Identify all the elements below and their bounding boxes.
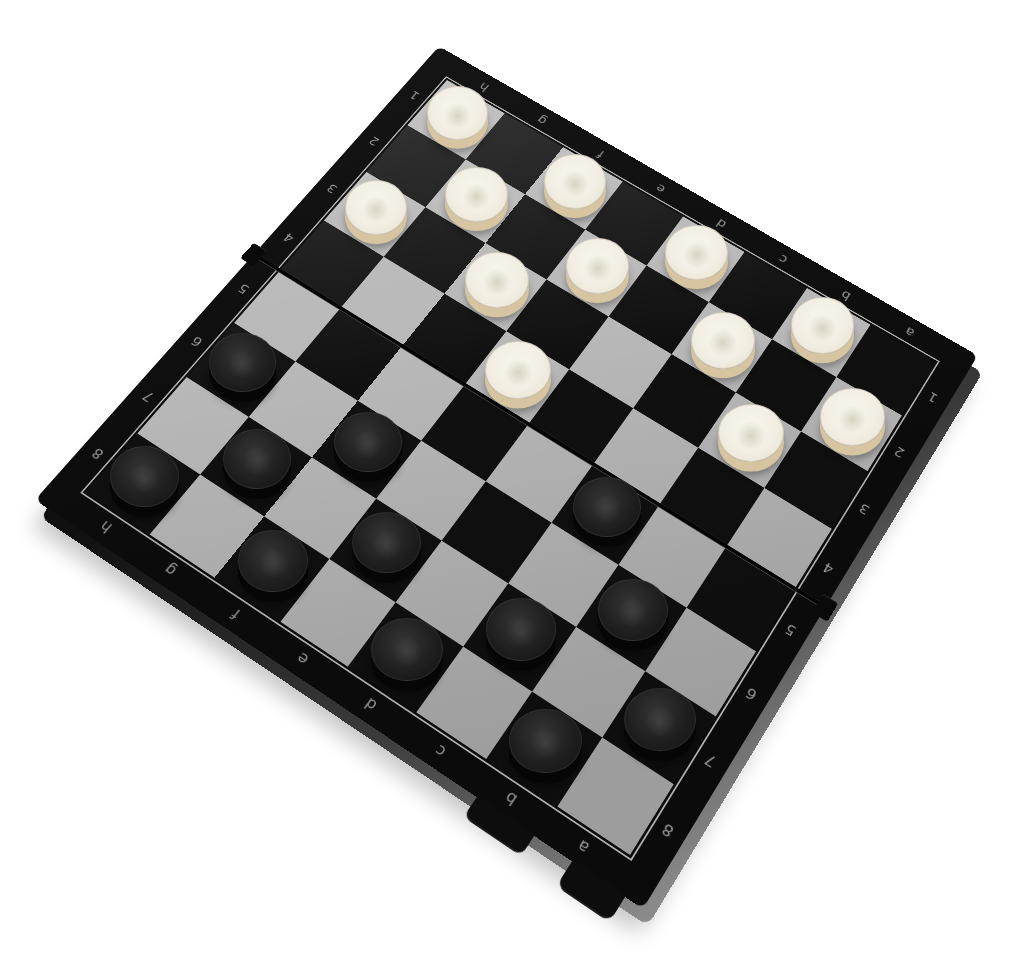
coord-rank-right-5: 5 bbox=[783, 621, 799, 638]
coord-rank-right-2: 2 bbox=[892, 444, 907, 459]
coord-file-bottom-d: d bbox=[362, 695, 380, 713]
coord-file-top-h: h bbox=[477, 81, 491, 93]
coord-file-bottom-c: c bbox=[432, 742, 448, 760]
coord-rank-left-5: 5 bbox=[236, 281, 252, 295]
coord-file-bottom-e: e bbox=[294, 650, 311, 668]
coord-file-top-c: c bbox=[777, 252, 790, 265]
coord-file-bottom-g: g bbox=[162, 561, 180, 578]
coord-file-top-g: g bbox=[535, 114, 549, 127]
coord-rank-right-4: 4 bbox=[821, 560, 836, 577]
coord-file-top-a: a bbox=[903, 325, 917, 339]
coord-file-bottom-h: h bbox=[97, 518, 115, 535]
coord-file-bottom-b: b bbox=[503, 789, 521, 808]
coord-rank-right-7: 7 bbox=[702, 751, 719, 770]
coord-rank-left-8: 8 bbox=[89, 445, 106, 461]
coord-file-top-f: f bbox=[595, 148, 606, 159]
coord-rank-left-2: 2 bbox=[367, 134, 382, 147]
coord-file-top-e: e bbox=[654, 182, 668, 195]
coord-rank-left-7: 7 bbox=[140, 388, 157, 403]
coord-rank-left-1: 1 bbox=[408, 89, 422, 102]
board-photo-scene: hgfedcbahgfedcba1234567812345678 bbox=[0, 0, 1017, 960]
coord-rank-right-6: 6 bbox=[744, 685, 760, 703]
coord-file-bottom-f: f bbox=[229, 606, 243, 621]
coord-file-bottom-a: a bbox=[575, 837, 592, 856]
board-plane: hgfedcbahgfedcba1234567812345678 bbox=[35, 46, 978, 909]
coord-rank-left-3: 3 bbox=[325, 181, 340, 194]
coord-rank-left-4: 4 bbox=[281, 230, 297, 244]
board-grid bbox=[86, 80, 935, 855]
latch-tab bbox=[463, 796, 535, 856]
coord-rank-right-1: 1 bbox=[926, 390, 940, 405]
coord-file-top-d: d bbox=[714, 217, 728, 230]
coord-rank-left-6: 6 bbox=[189, 334, 205, 349]
coord-rank-right-8: 8 bbox=[660, 820, 677, 839]
coord-file-top-b: b bbox=[839, 288, 853, 302]
coord-rank-right-3: 3 bbox=[857, 501, 872, 517]
